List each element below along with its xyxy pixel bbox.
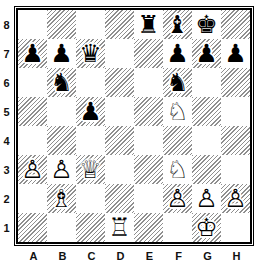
piece-white-rook-d1[interactable]: ♖ — [108, 213, 130, 242]
rank-label-5: 5 — [0, 97, 13, 126]
piece-white-knight-f3[interactable]: ♘ — [166, 155, 188, 184]
rank-label-4: 4 — [0, 126, 13, 155]
square-d7[interactable] — [105, 39, 134, 68]
square-b2[interactable]: ♗ — [47, 184, 76, 213]
square-e6[interactable] — [134, 68, 163, 97]
square-b5[interactable] — [47, 97, 76, 126]
chess-board[interactable]: ♜♝♚♟♟♛♟♟♟♞♞♟♘♙♙♕♘♗♙♙♙♖♔ — [16, 8, 252, 244]
square-g8[interactable]: ♚ — [192, 10, 221, 39]
square-d6[interactable] — [105, 68, 134, 97]
square-c6[interactable] — [76, 68, 105, 97]
square-f3[interactable]: ♘ — [163, 155, 192, 184]
file-label-f: F — [164, 250, 193, 262]
square-g7[interactable]: ♟ — [192, 39, 221, 68]
file-label-a: A — [19, 250, 48, 262]
square-c8[interactable] — [76, 10, 105, 39]
square-g1[interactable]: ♔ — [192, 213, 221, 242]
piece-white-pawn-h2[interactable]: ♙ — [224, 184, 246, 213]
file-label-h: H — [222, 250, 251, 262]
square-f6[interactable]: ♞ — [163, 68, 192, 97]
square-c2[interactable] — [76, 184, 105, 213]
square-a4[interactable] — [18, 126, 47, 155]
rank-label-6: 6 — [0, 68, 13, 97]
board-frame: ♜♝♚♟♟♛♟♟♟♞♞♟♘♙♙♕♘♗♙♙♙♖♔ — [16, 8, 252, 244]
square-a3[interactable]: ♙ — [18, 155, 47, 184]
file-label-e: E — [135, 250, 164, 262]
piece-white-pawn-g2[interactable]: ♙ — [195, 184, 217, 213]
square-g2[interactable]: ♙ — [192, 184, 221, 213]
square-e8[interactable]: ♜ — [134, 10, 163, 39]
square-d8[interactable] — [105, 10, 134, 39]
square-a8[interactable] — [18, 10, 47, 39]
square-h1[interactable] — [221, 213, 250, 242]
square-a1[interactable] — [18, 213, 47, 242]
square-h5[interactable] — [221, 97, 250, 126]
file-label-c: C — [77, 250, 106, 262]
piece-black-pawn-h7[interactable]: ♟ — [224, 39, 246, 68]
square-d3[interactable] — [105, 155, 134, 184]
square-e2[interactable] — [134, 184, 163, 213]
square-c1[interactable] — [76, 213, 105, 242]
file-label-b: B — [48, 250, 77, 262]
piece-white-king-g1[interactable]: ♔ — [195, 213, 217, 242]
piece-black-pawn-b7[interactable]: ♟ — [50, 39, 72, 68]
piece-black-pawn-a7[interactable]: ♟ — [21, 39, 43, 68]
square-g3[interactable] — [192, 155, 221, 184]
square-b3[interactable]: ♙ — [47, 155, 76, 184]
file-label-g: G — [193, 250, 222, 262]
square-h8[interactable] — [221, 10, 250, 39]
square-c3[interactable]: ♕ — [76, 155, 105, 184]
piece-white-pawn-a3[interactable]: ♙ — [21, 155, 43, 184]
square-h3[interactable] — [221, 155, 250, 184]
rank-label-8: 8 — [0, 10, 13, 39]
square-e7[interactable] — [134, 39, 163, 68]
square-c5[interactable]: ♟ — [76, 97, 105, 126]
square-f2[interactable]: ♙ — [163, 184, 192, 213]
rank-label-7: 7 — [0, 39, 13, 68]
piece-white-bishop-b2[interactable]: ♗ — [50, 184, 72, 213]
rank-label-3: 3 — [0, 155, 13, 184]
piece-black-pawn-g7[interactable]: ♟ — [195, 39, 217, 68]
chess-diagram: 87654321 ♜♝♚♟♟♛♟♟♟♞♞♟♘♙♙♕♘♗♙♙♙♖♔ ABCDEFG… — [0, 0, 264, 269]
square-g6[interactable] — [192, 68, 221, 97]
square-f7[interactable]: ♟ — [163, 39, 192, 68]
square-b7[interactable]: ♟ — [47, 39, 76, 68]
square-f5[interactable]: ♘ — [163, 97, 192, 126]
piece-black-rook-e8[interactable]: ♜ — [137, 10, 159, 39]
square-d5[interactable] — [105, 97, 134, 126]
square-b1[interactable] — [47, 213, 76, 242]
file-label-d: D — [106, 250, 135, 262]
square-a7[interactable]: ♟ — [18, 39, 47, 68]
square-f1[interactable] — [163, 213, 192, 242]
piece-black-knight-b6[interactable]: ♞ — [50, 68, 72, 97]
piece-white-pawn-f2[interactable]: ♙ — [166, 184, 188, 213]
square-d1[interactable]: ♖ — [105, 213, 134, 242]
square-a6[interactable] — [18, 68, 47, 97]
square-g5[interactable] — [192, 97, 221, 126]
square-e5[interactable] — [134, 97, 163, 126]
square-b8[interactable] — [47, 10, 76, 39]
rank-label-2: 2 — [0, 184, 13, 213]
piece-black-king-g8[interactable]: ♚ — [195, 10, 217, 39]
piece-black-pawn-f7[interactable]: ♟ — [166, 39, 188, 68]
file-labels: ABCDEFGH — [19, 250, 264, 262]
piece-black-queen-c7[interactable]: ♛ — [79, 39, 101, 68]
square-h2[interactable]: ♙ — [221, 184, 250, 213]
square-c4[interactable] — [76, 126, 105, 155]
square-a2[interactable] — [18, 184, 47, 213]
square-e3[interactable] — [134, 155, 163, 184]
square-d2[interactable] — [105, 184, 134, 213]
piece-white-pawn-b3[interactable]: ♙ — [50, 155, 72, 184]
square-f4[interactable] — [163, 126, 192, 155]
piece-black-bishop-f8[interactable]: ♝ — [166, 10, 188, 39]
square-e1[interactable] — [134, 213, 163, 242]
square-f8[interactable]: ♝ — [163, 10, 192, 39]
piece-white-queen-c3[interactable]: ♕ — [79, 155, 101, 184]
piece-black-pawn-c5[interactable]: ♟ — [79, 97, 101, 126]
rank-label-1: 1 — [0, 213, 13, 242]
square-h4[interactable] — [221, 126, 250, 155]
square-b4[interactable] — [47, 126, 76, 155]
square-g4[interactable] — [192, 126, 221, 155]
square-d4[interactable] — [105, 126, 134, 155]
piece-black-knight-f6[interactable]: ♞ — [166, 68, 188, 97]
square-e4[interactable] — [134, 126, 163, 155]
board-area: 87654321 ♜♝♚♟♟♛♟♟♟♞♞♟♘♙♙♕♘♗♙♙♙♖♔ — [0, 0, 264, 244]
rank-labels: 87654321 — [0, 10, 13, 242]
square-b6[interactable]: ♞ — [47, 68, 76, 97]
square-a5[interactable] — [18, 97, 47, 126]
piece-white-knight-f5[interactable]: ♘ — [166, 97, 188, 126]
square-c7[interactable]: ♛ — [76, 39, 105, 68]
square-h7[interactable]: ♟ — [221, 39, 250, 68]
square-h6[interactable] — [221, 68, 250, 97]
